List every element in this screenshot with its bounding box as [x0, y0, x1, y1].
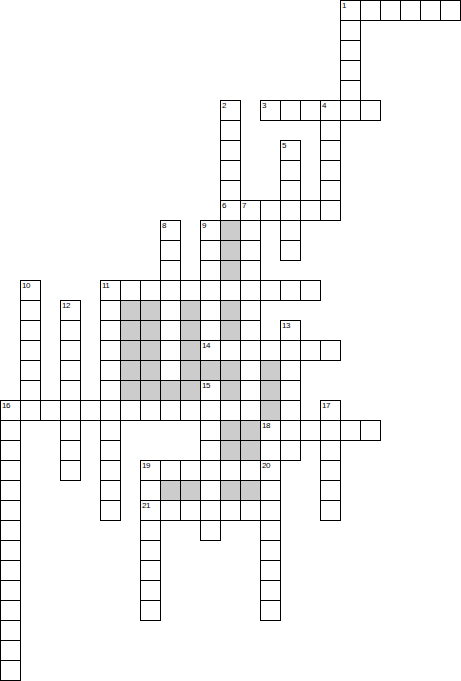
grid-cell[interactable] [0, 520, 21, 541]
grid-cell[interactable] [100, 360, 121, 381]
shaded-cell [220, 320, 241, 341]
grid-cell[interactable] [200, 300, 221, 321]
clue-number: 1 [342, 2, 346, 10]
grid-cell[interactable] [220, 400, 241, 421]
grid-cell[interactable] [0, 580, 21, 601]
clue-number: 6 [222, 202, 226, 210]
grid-cell[interactable] [300, 420, 321, 441]
grid-cell[interactable] [100, 300, 121, 321]
grid-cell[interactable] [280, 220, 301, 241]
grid-cell[interactable] [280, 380, 301, 401]
shaded-cell [220, 420, 241, 441]
shaded-cell [240, 420, 261, 441]
grid-cell[interactable] [100, 400, 121, 421]
grid-cell[interactable] [160, 360, 181, 381]
clue-number: 13 [282, 322, 290, 330]
grid-cell[interactable] [280, 160, 301, 181]
grid-cell[interactable] [200, 280, 221, 301]
grid-cell[interactable] [140, 280, 161, 301]
grid-cell[interactable] [160, 340, 181, 361]
grid-cell[interactable] [360, 100, 381, 121]
shaded-cell [160, 380, 181, 401]
clue-number: 18 [262, 422, 270, 430]
grid-cell[interactable] [200, 460, 221, 481]
grid-cell[interactable] [160, 500, 181, 521]
grid-cell[interactable] [200, 260, 221, 281]
grid-cell[interactable] [20, 380, 41, 401]
grid-cell[interactable] [0, 500, 21, 521]
grid-cell[interactable] [260, 560, 281, 581]
grid-cell[interactable] [240, 360, 261, 381]
grid-cell[interactable] [140, 540, 161, 561]
grid-cell[interactable] [60, 440, 81, 461]
grid-cell[interactable] [260, 200, 281, 221]
shaded-cell [180, 360, 201, 381]
grid-cell[interactable] [40, 400, 61, 421]
grid-cell[interactable] [280, 280, 301, 301]
grid-cell[interactable] [260, 280, 281, 301]
shaded-cell [140, 300, 161, 321]
grid-cell[interactable] [0, 420, 21, 441]
clue-number: 21 [142, 502, 150, 510]
grid-cell[interactable] [140, 480, 161, 501]
clue-number: 14 [202, 342, 210, 350]
grid-cell[interactable] [0, 480, 21, 501]
grid-cell[interactable] [220, 460, 241, 481]
grid-cell[interactable] [60, 460, 81, 481]
grid-cell[interactable] [160, 260, 181, 281]
grid-cell[interactable] [340, 420, 361, 441]
grid-cell[interactable] [300, 200, 321, 221]
grid-cell[interactable] [20, 360, 41, 381]
grid-cell[interactable] [240, 240, 261, 261]
grid-cell[interactable] [320, 200, 341, 221]
clue-number: 10 [22, 282, 30, 290]
clue-number: 5 [282, 142, 286, 150]
grid-cell[interactable] [320, 340, 341, 361]
shaded-cell [140, 360, 161, 381]
grid-cell[interactable] [240, 320, 261, 341]
shaded-cell [220, 360, 241, 381]
grid-cell[interactable] [0, 640, 21, 661]
grid-cell[interactable] [120, 400, 141, 421]
grid-cell[interactable] [280, 340, 301, 361]
clue-number: 4 [322, 102, 326, 110]
grid-cell[interactable] [320, 460, 341, 481]
grid-cell[interactable] [220, 280, 241, 301]
grid-cell[interactable] [60, 400, 81, 421]
grid-cell[interactable] [240, 500, 261, 521]
grid-cell[interactable] [340, 100, 361, 121]
grid-cell[interactable] [180, 460, 201, 481]
grid-cell[interactable] [260, 520, 281, 541]
grid-cell[interactable] [200, 500, 221, 521]
grid-cell[interactable] [140, 400, 161, 421]
grid-cell[interactable] [320, 500, 341, 521]
grid-cell[interactable] [100, 420, 121, 441]
grid-cell[interactable] [280, 400, 301, 421]
grid-cell[interactable] [240, 340, 261, 361]
grid-cell[interactable] [220, 120, 241, 141]
shaded-cell [220, 260, 241, 281]
grid-cell[interactable] [240, 280, 261, 301]
grid-cell[interactable] [300, 100, 321, 121]
clue-number: 2 [222, 102, 226, 110]
grid-cell[interactable] [240, 220, 261, 241]
shaded-cell [220, 440, 241, 461]
clue-number: 3 [262, 102, 266, 110]
shaded-cell [120, 320, 141, 341]
shaded-cell [180, 380, 201, 401]
shaded-cell [220, 380, 241, 401]
shaded-cell [120, 340, 141, 361]
grid-cell[interactable] [0, 600, 21, 621]
shaded-cell [120, 380, 141, 401]
grid-cell[interactable] [340, 80, 361, 101]
grid-cell[interactable] [240, 400, 261, 421]
grid-cell[interactable] [240, 260, 261, 281]
grid-cell[interactable] [320, 180, 341, 201]
grid-cell[interactable] [260, 540, 281, 561]
clue-number: 8 [162, 222, 166, 230]
grid-cell[interactable] [0, 440, 21, 461]
grid-cell[interactable] [100, 320, 121, 341]
clue-number: 17 [322, 402, 330, 410]
grid-cell[interactable] [220, 180, 241, 201]
shaded-cell [180, 340, 201, 361]
grid-cell[interactable] [380, 0, 401, 21]
grid-cell[interactable] [20, 300, 41, 321]
shaded-cell [240, 480, 261, 501]
grid-cell[interactable] [160, 300, 181, 321]
crossword-grid: 123456789101112131415161718192021 [0, 0, 461, 681]
grid-cell[interactable] [260, 600, 281, 621]
grid-cell[interactable] [0, 540, 21, 561]
grid-cell[interactable] [320, 120, 341, 141]
grid-cell[interactable] [80, 400, 101, 421]
clue-number: 11 [102, 282, 109, 290]
grid-cell[interactable] [340, 20, 361, 41]
shaded-cell [220, 240, 241, 261]
shaded-cell [120, 360, 141, 381]
grid-cell[interactable] [260, 480, 281, 501]
grid-cell[interactable] [0, 560, 21, 581]
grid-cell[interactable] [100, 460, 121, 481]
grid-cell[interactable] [100, 340, 121, 361]
grid-cell[interactable] [180, 500, 201, 521]
shaded-cell [180, 300, 201, 321]
clue-number: 16 [2, 402, 10, 410]
grid-cell[interactable] [120, 280, 141, 301]
grid-cell[interactable] [60, 360, 81, 381]
shaded-cell [140, 380, 161, 401]
grid-cell[interactable] [140, 520, 161, 541]
grid-cell[interactable] [340, 60, 361, 81]
grid-cell[interactable] [320, 160, 341, 181]
grid-cell[interactable] [0, 660, 21, 681]
shaded-cell [240, 440, 261, 461]
grid-cell[interactable] [100, 480, 121, 501]
grid-cell[interactable] [200, 240, 221, 261]
shaded-cell [140, 320, 161, 341]
grid-cell[interactable] [320, 440, 341, 461]
grid-cell[interactable] [220, 140, 241, 161]
grid-cell[interactable] [260, 500, 281, 521]
grid-cell[interactable] [360, 0, 381, 21]
shaded-cell [120, 300, 141, 321]
shaded-cell [200, 360, 221, 381]
grid-cell[interactable] [220, 500, 241, 521]
shaded-cell [160, 480, 181, 501]
grid-cell[interactable] [160, 400, 181, 421]
grid-cell[interactable] [180, 400, 201, 421]
grid-cell[interactable] [320, 420, 341, 441]
grid-cell[interactable] [420, 0, 441, 21]
shaded-cell [260, 360, 281, 381]
shaded-cell [260, 380, 281, 401]
grid-cell[interactable] [160, 460, 181, 481]
grid-cell[interactable] [280, 200, 301, 221]
grid-cell[interactable] [220, 160, 241, 181]
grid-cell[interactable] [0, 460, 21, 481]
grid-cell[interactable] [0, 620, 21, 641]
shaded-cell [220, 480, 241, 501]
grid-cell[interactable] [60, 340, 81, 361]
shaded-cell [140, 340, 161, 361]
grid-cell[interactable] [280, 180, 301, 201]
shaded-cell [220, 300, 241, 321]
grid-cell[interactable] [160, 240, 181, 261]
grid-cell[interactable] [320, 480, 341, 501]
clue-number: 12 [62, 302, 70, 310]
grid-cell[interactable] [440, 0, 461, 21]
grid-cell[interactable] [200, 320, 221, 341]
grid-cell[interactable] [20, 400, 41, 421]
grid-cell[interactable] [400, 0, 421, 21]
grid-cell[interactable] [100, 500, 121, 521]
grid-cell[interactable] [280, 420, 301, 441]
grid-cell[interactable] [340, 40, 361, 61]
grid-cell[interactable] [200, 400, 221, 421]
grid-cell[interactable] [160, 280, 181, 301]
clue-number: 20 [262, 462, 270, 470]
grid-cell[interactable] [200, 480, 221, 501]
grid-cell[interactable] [240, 300, 261, 321]
grid-cell[interactable] [60, 380, 81, 401]
grid-cell[interactable] [140, 560, 161, 581]
grid-cell[interactable] [320, 140, 341, 161]
grid-cell[interactable] [260, 340, 281, 361]
grid-cell[interactable] [220, 340, 241, 361]
clue-number: 9 [202, 222, 206, 230]
grid-cell[interactable] [300, 340, 321, 361]
grid-cell[interactable] [60, 320, 81, 341]
grid-cell[interactable] [200, 440, 221, 461]
grid-cell[interactable] [200, 520, 221, 541]
grid-cell[interactable] [140, 600, 161, 621]
clue-number: 19 [142, 462, 150, 470]
grid-cell[interactable] [280, 240, 301, 261]
clue-number: 7 [242, 202, 246, 210]
grid-cell[interactable] [240, 380, 261, 401]
grid-cell[interactable] [280, 440, 301, 461]
grid-cell[interactable] [280, 100, 301, 121]
grid-cell[interactable] [180, 280, 201, 301]
grid-cell[interactable] [100, 440, 121, 461]
grid-cell[interactable] [20, 340, 41, 361]
shaded-cell [220, 220, 241, 241]
grid-cell[interactable] [100, 380, 121, 401]
grid-cell[interactable] [240, 460, 261, 481]
shaded-cell [180, 480, 201, 501]
grid-cell[interactable] [60, 420, 81, 441]
grid-cell[interactable] [360, 420, 381, 441]
grid-cell[interactable] [200, 420, 221, 441]
shaded-cell [260, 400, 281, 421]
grid-cell[interactable] [300, 280, 321, 301]
grid-cell[interactable] [160, 320, 181, 341]
clue-number: 15 [202, 382, 210, 390]
grid-cell[interactable] [280, 360, 301, 381]
shaded-cell [180, 320, 201, 341]
grid-cell[interactable] [140, 580, 161, 601]
grid-cell[interactable] [260, 580, 281, 601]
grid-cell[interactable] [20, 320, 41, 341]
